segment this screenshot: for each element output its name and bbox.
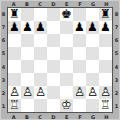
square-g7[interactable]: ♟	[86, 21, 99, 34]
rank-label: 2	[0, 87, 7, 100]
piece-black-pawn[interactable]: ♟	[86, 21, 99, 34]
file-label: F	[73, 0, 86, 7]
rank-label: 5	[113, 47, 120, 60]
square-h4[interactable]	[99, 60, 112, 73]
piece-black-pawn[interactable]: ♟	[34, 21, 47, 34]
square-d5[interactable]	[47, 47, 60, 60]
piece-white-pawn[interactable]: ♟♙	[34, 86, 47, 99]
piece-white-rook[interactable]: ♜♖	[8, 99, 21, 112]
square-b5[interactable]	[21, 47, 34, 60]
black-piece-glyph: ♟	[99, 21, 112, 34]
rank-label: 7	[113, 20, 120, 33]
square-c6[interactable]	[34, 34, 47, 47]
square-d8[interactable]	[47, 8, 60, 21]
file-label: D	[47, 0, 60, 7]
white-piece-outline: ♔	[60, 99, 73, 112]
square-g4[interactable]	[86, 60, 99, 73]
file-label: B	[20, 113, 33, 120]
chess-board-frame: ABCDEFGH ABCDEFGH 87654321 87654321 ♜♚♜♟…	[0, 0, 120, 120]
white-piece-outline: ♙	[34, 86, 47, 99]
rank-label: 4	[113, 60, 120, 73]
rank-label: 5	[0, 47, 7, 60]
square-b1[interactable]	[21, 99, 34, 112]
square-h1[interactable]: ♜♖	[99, 99, 112, 112]
rank-label: 1	[0, 100, 7, 113]
file-label: G	[87, 113, 100, 120]
rank-label: 3	[0, 73, 7, 86]
piece-black-pawn[interactable]: ♟	[8, 21, 21, 34]
white-piece-outline: ♖	[8, 99, 21, 112]
file-label: F	[73, 113, 86, 120]
square-d1[interactable]	[47, 99, 60, 112]
square-h7[interactable]: ♟	[99, 21, 112, 34]
rank-label: 8	[0, 7, 7, 20]
piece-white-pawn[interactable]: ♟♙	[21, 86, 34, 99]
black-piece-glyph: ♟	[8, 21, 21, 34]
square-e5[interactable]	[60, 47, 73, 60]
square-f1[interactable]	[73, 99, 86, 112]
square-h6[interactable]	[99, 34, 112, 47]
square-e3[interactable]	[60, 73, 73, 86]
rank-label: 4	[0, 60, 7, 73]
white-piece-outline: ♙	[21, 86, 34, 99]
chess-board: ♜♚♜♟♟♟♟♟♟♟♙♟♙♟♙♟♙♟♙♟♙♜♖♚♔♜♖	[7, 7, 113, 113]
rank-labels-right: 87654321	[113, 7, 120, 113]
square-f6[interactable]	[73, 34, 86, 47]
file-label: A	[7, 113, 20, 120]
square-b6[interactable]	[21, 34, 34, 47]
piece-white-pawn[interactable]: ♟♙	[86, 86, 99, 99]
square-c2[interactable]: ♟♙	[34, 86, 47, 99]
file-label: C	[34, 113, 47, 120]
square-d4[interactable]	[47, 60, 60, 73]
piece-white-rook[interactable]: ♜♖	[99, 99, 112, 112]
file-labels-bottom: ABCDEFGH	[7, 113, 113, 120]
square-a1[interactable]: ♜♖	[8, 99, 21, 112]
rank-label: 8	[113, 7, 120, 20]
black-piece-glyph: ♚	[60, 8, 73, 21]
square-d2[interactable]	[47, 86, 60, 99]
square-d7[interactable]	[47, 21, 60, 34]
rank-labels-left: 87654321	[0, 7, 7, 113]
square-b2[interactable]: ♟♙	[21, 86, 34, 99]
square-e4[interactable]	[60, 60, 73, 73]
square-d6[interactable]	[47, 34, 60, 47]
square-g6[interactable]	[86, 34, 99, 47]
square-f4[interactable]	[73, 60, 86, 73]
square-a7[interactable]: ♟	[8, 21, 21, 34]
square-b7[interactable]: ♟	[21, 21, 34, 34]
square-g2[interactable]: ♟♙	[86, 86, 99, 99]
square-h5[interactable]	[99, 47, 112, 60]
file-label: B	[20, 0, 33, 7]
white-piece-outline: ♙	[86, 86, 99, 99]
file-label: H	[100, 0, 113, 7]
rank-label: 3	[113, 73, 120, 86]
rank-label: 6	[113, 34, 120, 47]
rank-label: 7	[0, 20, 7, 33]
square-c7[interactable]: ♟	[34, 21, 47, 34]
file-label: D	[47, 113, 60, 120]
white-piece-outline: ♙	[73, 86, 86, 99]
square-f7[interactable]: ♟	[73, 21, 86, 34]
square-e1[interactable]: ♚♔	[60, 99, 73, 112]
square-e6[interactable]	[60, 34, 73, 47]
file-label: A	[7, 0, 20, 7]
piece-black-pawn[interactable]: ♟	[73, 21, 86, 34]
file-label: E	[60, 0, 73, 7]
piece-white-king[interactable]: ♚♔	[60, 99, 73, 112]
piece-black-king[interactable]: ♚	[60, 8, 73, 21]
square-c1[interactable]	[34, 99, 47, 112]
white-piece-outline: ♖	[99, 99, 112, 112]
rank-label: 6	[0, 34, 7, 47]
piece-black-pawn[interactable]: ♟	[99, 21, 112, 34]
black-piece-glyph: ♟	[73, 21, 86, 34]
square-c4[interactable]	[34, 60, 47, 73]
file-label: E	[60, 113, 73, 120]
square-c5[interactable]	[34, 47, 47, 60]
black-piece-glyph: ♟	[86, 21, 99, 34]
square-e8[interactable]: ♚	[60, 8, 73, 21]
square-g1[interactable]	[86, 99, 99, 112]
black-piece-glyph: ♟	[34, 21, 47, 34]
square-a6[interactable]	[8, 34, 21, 47]
file-label: G	[87, 0, 100, 7]
black-piece-glyph: ♟	[21, 21, 34, 34]
square-a4[interactable]	[8, 60, 21, 73]
piece-black-pawn[interactable]: ♟	[21, 21, 34, 34]
rank-label: 2	[113, 87, 120, 100]
square-e7[interactable]	[60, 21, 73, 34]
file-labels-top: ABCDEFGH	[7, 0, 113, 7]
rank-label: 1	[113, 100, 120, 113]
piece-white-pawn[interactable]: ♟♙	[73, 86, 86, 99]
file-label: H	[100, 113, 113, 120]
square-b4[interactable]	[21, 60, 34, 73]
square-a5[interactable]	[8, 47, 21, 60]
file-label: C	[34, 0, 47, 7]
square-f2[interactable]: ♟♙	[73, 86, 86, 99]
square-g5[interactable]	[86, 47, 99, 60]
square-d3[interactable]	[47, 73, 60, 86]
square-f5[interactable]	[73, 47, 86, 60]
